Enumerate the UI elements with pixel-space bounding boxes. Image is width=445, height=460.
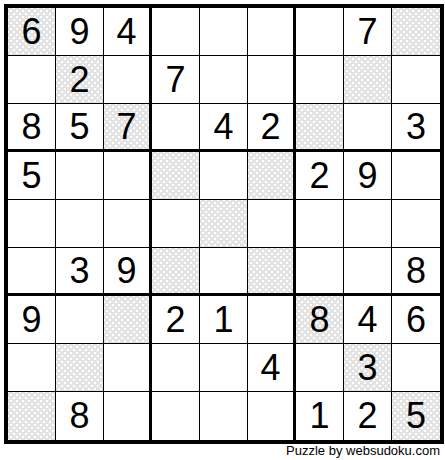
cell-r2c5[interactable] [200, 56, 248, 104]
cell-r2c6[interactable] [248, 56, 296, 104]
cell-r5c1[interactable] [8, 200, 56, 248]
cell-r7c8: 4 [344, 296, 392, 344]
cell-r3c9: 3 [392, 104, 440, 152]
cell-r4c5[interactable] [200, 152, 248, 200]
cell-r2c9[interactable] [392, 56, 440, 104]
cell-r5c3[interactable] [104, 200, 152, 248]
cell-r3c5: 4 [200, 104, 248, 152]
cell-r4c1: 5 [8, 152, 56, 200]
cell-r5c9[interactable] [392, 200, 440, 248]
cell-r3c4[interactable] [152, 104, 200, 152]
cell-r1c7[interactable] [296, 8, 344, 56]
cell-r8c3[interactable] [104, 344, 152, 392]
cell-r1c1: 6 [8, 8, 56, 56]
cell-r7c1: 9 [8, 296, 56, 344]
cell-r3c1: 8 [8, 104, 56, 152]
cell-r8c2[interactable] [56, 344, 104, 392]
cell-r7c2[interactable] [56, 296, 104, 344]
cell-r6c3: 9 [104, 248, 152, 296]
cell-r3c2: 5 [56, 104, 104, 152]
cell-r9c3[interactable] [104, 392, 152, 440]
cell-r8c7[interactable] [296, 344, 344, 392]
cell-r9c6[interactable] [248, 392, 296, 440]
cell-r7c5: 1 [200, 296, 248, 344]
cell-r4c6[interactable] [248, 152, 296, 200]
cell-r6c4[interactable] [152, 248, 200, 296]
cell-r4c2[interactable] [56, 152, 104, 200]
cell-r3c8[interactable] [344, 104, 392, 152]
cell-r2c8[interactable] [344, 56, 392, 104]
cell-r1c3: 4 [104, 8, 152, 56]
cell-r9c7: 1 [296, 392, 344, 440]
cell-r2c1[interactable] [8, 56, 56, 104]
cell-r6c7[interactable] [296, 248, 344, 296]
cell-r5c4[interactable] [152, 200, 200, 248]
cell-r9c5[interactable] [200, 392, 248, 440]
cell-r9c2: 8 [56, 392, 104, 440]
cell-r8c8: 3 [344, 344, 392, 392]
cell-r9c4[interactable] [152, 392, 200, 440]
cell-r6c6[interactable] [248, 248, 296, 296]
cell-r1c8: 7 [344, 8, 392, 56]
cell-r1c9[interactable] [392, 8, 440, 56]
cell-r9c9: 5 [392, 392, 440, 440]
cell-r3c7[interactable] [296, 104, 344, 152]
cell-r3c3: 7 [104, 104, 152, 152]
cell-r2c7[interactable] [296, 56, 344, 104]
cell-r5c2[interactable] [56, 200, 104, 248]
cell-r6c8[interactable] [344, 248, 392, 296]
cell-r7c4: 2 [152, 296, 200, 344]
cell-r4c8: 9 [344, 152, 392, 200]
cell-r8c4[interactable] [152, 344, 200, 392]
cell-r2c4: 7 [152, 56, 200, 104]
sudoku-page: 694727857423529398921846438125 Puzzle by… [0, 0, 445, 460]
cell-r4c4[interactable] [152, 152, 200, 200]
cell-r7c7: 8 [296, 296, 344, 344]
cell-r4c3[interactable] [104, 152, 152, 200]
cell-r1c5[interactable] [200, 8, 248, 56]
cell-r5c6[interactable] [248, 200, 296, 248]
sudoku-board: 694727857423529398921846438125 [4, 4, 444, 444]
cell-r3c6: 2 [248, 104, 296, 152]
cell-r9c1[interactable] [8, 392, 56, 440]
cell-r6c5[interactable] [200, 248, 248, 296]
cell-r5c7[interactable] [296, 200, 344, 248]
cell-r7c9: 6 [392, 296, 440, 344]
cell-r6c9: 8 [392, 248, 440, 296]
cell-r1c2: 9 [56, 8, 104, 56]
cell-r4c7: 2 [296, 152, 344, 200]
cell-r2c2: 2 [56, 56, 104, 104]
cell-r8c9[interactable] [392, 344, 440, 392]
cell-r9c8: 2 [344, 392, 392, 440]
cell-r6c2: 3 [56, 248, 104, 296]
cell-r1c4[interactable] [152, 8, 200, 56]
cell-r6c1[interactable] [8, 248, 56, 296]
cell-r1c6[interactable] [248, 8, 296, 56]
cell-r8c6: 4 [248, 344, 296, 392]
cell-r8c1[interactable] [8, 344, 56, 392]
cell-r8c5[interactable] [200, 344, 248, 392]
cell-r7c6[interactable] [248, 296, 296, 344]
cell-r4c9[interactable] [392, 152, 440, 200]
cell-r5c5[interactable] [200, 200, 248, 248]
puzzle-credit: Puzzle by websudoku.com [4, 443, 440, 458]
cell-r2c3[interactable] [104, 56, 152, 104]
cell-r5c8[interactable] [344, 200, 392, 248]
cell-r7c3[interactable] [104, 296, 152, 344]
